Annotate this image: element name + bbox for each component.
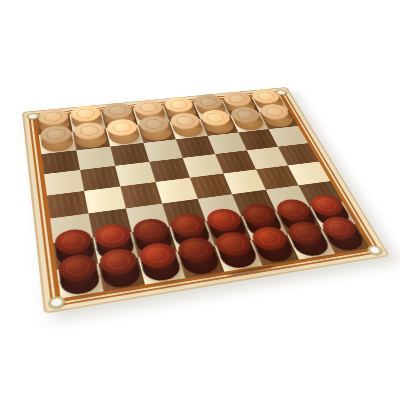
light-checker[interactable] (39, 124, 74, 153)
light-checker[interactable] (73, 121, 109, 149)
board (37, 94, 370, 298)
square-r8c1[interactable] (57, 263, 104, 298)
grommet-bottom-left (47, 295, 65, 309)
square-r8c2[interactable] (98, 257, 145, 291)
checkers-mat (22, 87, 390, 314)
dark-checker[interactable] (57, 252, 101, 296)
photo-scene (0, 0, 400, 400)
board-frame (32, 92, 375, 303)
